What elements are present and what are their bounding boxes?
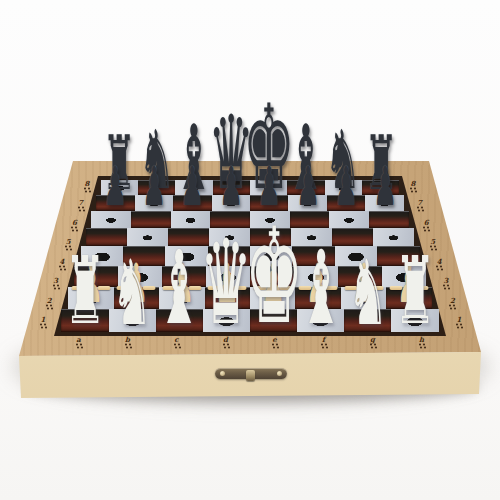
coordinate-character: 8: [85, 180, 90, 187]
rank-label-left-7: 7: [78, 199, 84, 212]
clasp-screw-icon: [220, 371, 225, 376]
braille-dots-icon: [71, 226, 73, 228]
braille-dots-icon: [78, 207, 80, 209]
coordinate-character: 6: [72, 218, 77, 225]
piece-white-king[interactable]: ♚: [244, 211, 303, 343]
rank-label-right-1: 1: [456, 316, 462, 329]
rank-label-left-6: 6: [71, 218, 77, 231]
rank-label-left-2: 2: [46, 296, 52, 309]
braille-dots-icon: [46, 304, 48, 306]
rank-label-right-4: 4: [436, 257, 442, 270]
clasp-knob-icon: [246, 370, 255, 381]
clasp-screw-icon: [277, 371, 282, 376]
rank-label-left-8: 8: [84, 180, 90, 193]
coordinate-character: 7: [417, 199, 422, 206]
piece-black-pawn[interactable]: ♟: [142, 160, 166, 214]
braille-dots-icon: [423, 226, 425, 228]
coordinate-character: 2: [47, 296, 52, 303]
coordinate-character: 8: [411, 180, 416, 187]
rank-label-right-2: 2: [449, 296, 455, 309]
coordinate-character: 3: [443, 277, 448, 284]
coordinate-character: 1: [457, 316, 462, 323]
braille-dots-icon: [410, 188, 412, 190]
piece-white-bishop[interactable]: ♝: [156, 238, 202, 340]
piece-white-rook[interactable]: ♜: [394, 246, 436, 339]
rank-label-left-1: 1: [40, 316, 46, 329]
rank-label-right-7: 7: [417, 199, 423, 212]
clasp-latch: [215, 368, 287, 379]
piece-white-bishop[interactable]: ♝: [298, 238, 344, 340]
rank-label-left-3: 3: [53, 277, 59, 290]
coordinate-character: 4: [437, 257, 442, 264]
rank-label-right-8: 8: [410, 180, 416, 193]
rank-label-right-6: 6: [423, 218, 429, 231]
piece-black-pawn[interactable]: ♟: [103, 160, 127, 214]
braille-dots-icon: [417, 207, 419, 209]
chess-set-photo: abcdefgh8877665544332211 ♜♞♝♛♚♝♞♜♟♟♟♟♟♟♟…: [0, 0, 500, 500]
piece-white-knight[interactable]: ♞: [348, 248, 388, 338]
braille-dots-icon: [84, 188, 86, 190]
coordinate-character: 6: [424, 218, 429, 225]
piece-black-pawn[interactable]: ♟: [334, 160, 358, 214]
braille-dots-icon: [53, 285, 55, 287]
coordinate-character: 2: [450, 296, 455, 303]
piece-black-pawn[interactable]: ♟: [180, 160, 204, 214]
braille-dots-icon: [443, 285, 445, 287]
braille-dots-icon: [456, 324, 458, 326]
piece-white-rook[interactable]: ♜: [64, 246, 106, 339]
piece-black-pawn[interactable]: ♟: [372, 160, 396, 214]
piece-white-knight[interactable]: ♞: [112, 248, 152, 338]
braille-dots-icon: [40, 324, 42, 326]
coordinate-character: 3: [53, 277, 58, 284]
braille-dots-icon: [449, 304, 451, 306]
coordinate-character: 7: [78, 199, 83, 206]
braille-dots-icon: [59, 265, 61, 267]
piece-black-pawn[interactable]: ♟: [219, 160, 243, 214]
coordinate-character: 1: [41, 316, 46, 323]
braille-dots-icon: [436, 265, 438, 267]
rank-label-right-3: 3: [443, 277, 449, 290]
